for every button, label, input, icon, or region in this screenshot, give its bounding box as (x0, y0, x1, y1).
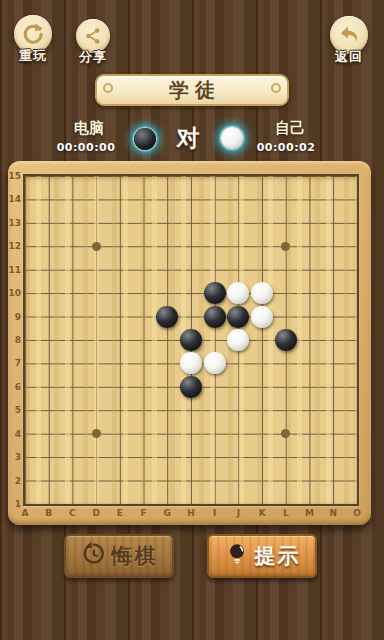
row-label-13: 13 (8, 218, 21, 228)
black-stone-H8 (180, 329, 202, 351)
row-label-7: 7 (8, 358, 21, 368)
white-stone-J8 (227, 329, 249, 351)
col-label-F: F (136, 508, 152, 518)
col-label-G: G (159, 508, 175, 518)
white-stone-J10 (227, 282, 249, 304)
col-label-K: K (254, 508, 270, 518)
vs-label: 对 (168, 123, 208, 154)
col-label-C: C (64, 508, 80, 518)
stones-layer (25, 176, 357, 504)
share-nodes-icon (83, 26, 103, 46)
row-label-9: 9 (8, 312, 21, 322)
col-label-A: A (17, 508, 33, 518)
col-label-J: J (230, 508, 246, 518)
row-label-3: 3 (8, 452, 21, 462)
star-point-L12 (281, 242, 290, 251)
back-curved-arrow-icon (337, 23, 361, 47)
white-stone-I7 (204, 352, 226, 374)
star-point-L4 (281, 429, 290, 438)
row-label-8: 8 (8, 335, 21, 345)
star-point-D12 (92, 242, 101, 251)
col-label-H: H (183, 508, 199, 518)
col-label-O: O (349, 508, 365, 518)
col-label-L: L (278, 508, 294, 518)
white-stone-K9 (251, 306, 273, 328)
white-stone-H7 (180, 352, 202, 374)
hint-button-label: 提示 (255, 542, 301, 570)
col-label-B: B (41, 508, 57, 518)
row-label-10: 10 (8, 288, 21, 298)
lightbulb-icon (224, 541, 250, 571)
hint-button[interactable]: 提示 (207, 534, 317, 578)
col-label-D: D (88, 508, 104, 518)
right-player-timer: 00:00:02 (256, 141, 316, 154)
back-button-label[interactable]: 返回 (321, 48, 377, 66)
undo-button[interactable]: 悔棋 (64, 534, 174, 578)
level-banner: 学徒 (95, 74, 289, 106)
board-grid[interactable] (23, 174, 359, 506)
white-stone-K10 (251, 282, 273, 304)
left-player-timer: 00:00:00 (56, 141, 116, 154)
level-title: 学徒 (163, 77, 221, 104)
row-label-15: 15 (8, 171, 21, 181)
black-stone-I9 (204, 306, 226, 328)
black-stone-I10 (204, 282, 226, 304)
black-stone-G9 (156, 306, 178, 328)
row-label-4: 4 (8, 429, 21, 439)
share-button-label[interactable]: 分享 (65, 48, 121, 66)
row-label-2: 2 (8, 476, 21, 486)
col-label-I: I (207, 508, 223, 518)
col-label-N: N (325, 508, 341, 518)
row-label-12: 12 (8, 241, 21, 251)
right-player-name: 自己 (260, 119, 320, 138)
replay-button-label[interactable]: 重玩 (5, 47, 61, 65)
board-panel: 151413121110987654321 ABCDEFGHIJKLMNO (8, 161, 371, 525)
black-stone-H6 (180, 376, 202, 398)
black-stone-J9 (227, 306, 249, 328)
black-stone-L8 (275, 329, 297, 351)
game-screen: 重玩 分享 返回 学徒 电脑 00:00:00 对 自己 00:00:02 (0, 0, 384, 640)
replay-circular-arrow-icon (21, 22, 45, 46)
row-label-14: 14 (8, 194, 21, 204)
col-label-E: E (112, 508, 128, 518)
star-point-D4 (92, 429, 101, 438)
white-stone-indicator (221, 127, 243, 149)
row-label-11: 11 (8, 265, 21, 275)
undo-button-label: 悔棋 (112, 542, 158, 570)
black-stone-indicator (134, 128, 156, 150)
row-label-6: 6 (8, 382, 21, 392)
row-label-5: 5 (8, 405, 21, 415)
undo-clock-icon (81, 541, 107, 571)
left-player-name: 电脑 (59, 119, 119, 138)
col-label-M: M (302, 508, 318, 518)
